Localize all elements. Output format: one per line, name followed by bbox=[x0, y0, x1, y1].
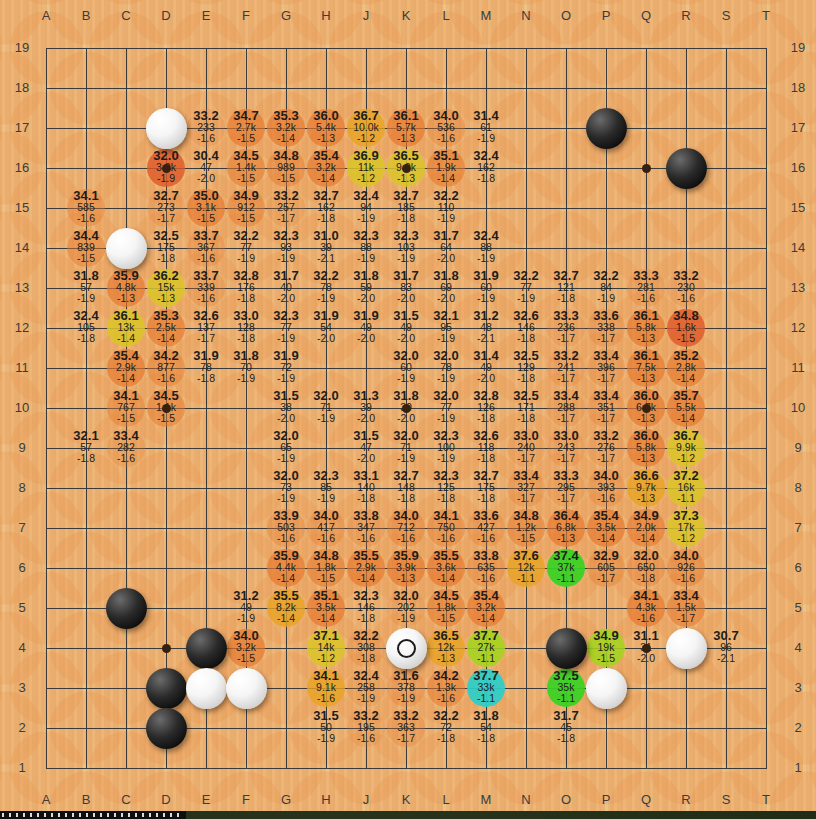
column-label-top: A bbox=[26, 8, 66, 23]
stone-black bbox=[186, 628, 227, 669]
candidate-score: -1.9 bbox=[456, 253, 516, 264]
star-point bbox=[162, 644, 171, 653]
row-label-left: 9 bbox=[2, 440, 42, 455]
column-label-top: N bbox=[506, 8, 546, 23]
column-label-top: K bbox=[386, 8, 426, 23]
stone-white bbox=[106, 228, 147, 269]
candidate-move[interactable]: 34.0926-1.6 bbox=[666, 548, 706, 588]
row-label-right: 14 bbox=[778, 240, 816, 255]
candidate-move[interactable]: 32.4162-1.8 bbox=[466, 148, 506, 188]
row-label-right: 16 bbox=[778, 160, 816, 175]
column-label-top: S bbox=[706, 8, 746, 23]
row-label-left: 5 bbox=[2, 600, 42, 615]
column-label-bottom: A bbox=[26, 792, 66, 807]
column-label-bottom: N bbox=[506, 792, 546, 807]
column-label-bottom: T bbox=[746, 792, 786, 807]
candidate-score: -1.8 bbox=[456, 173, 516, 184]
row-label-right: 18 bbox=[778, 80, 816, 95]
row-label-right: 7 bbox=[778, 520, 816, 535]
column-label-bottom: M bbox=[466, 792, 506, 807]
stone-black bbox=[146, 668, 187, 709]
candidate-score: -1.9 bbox=[456, 133, 516, 144]
taskbar-strip bbox=[0, 811, 816, 819]
column-label-bottom: R bbox=[666, 792, 706, 807]
column-label-bottom: E bbox=[186, 792, 226, 807]
candidate-move[interactable]: 37.317k-1.2 bbox=[666, 508, 706, 548]
row-label-right: 12 bbox=[778, 320, 816, 335]
column-label-bottom: K bbox=[386, 792, 426, 807]
candidate-move[interactable]: 37.733k-1.1 bbox=[466, 668, 506, 708]
row-label-right: 3 bbox=[778, 680, 816, 695]
row-label-left: 6 bbox=[2, 560, 42, 575]
column-label-top: Q bbox=[626, 8, 666, 23]
row-label-left: 8 bbox=[2, 480, 42, 495]
row-label-left: 1 bbox=[2, 760, 42, 775]
last-move-marker bbox=[397, 639, 416, 658]
star-point bbox=[642, 644, 651, 653]
candidate-score: -1.4 bbox=[456, 613, 516, 624]
candidate-score: -1.2 bbox=[656, 533, 716, 544]
row-label-right: 1 bbox=[778, 760, 816, 775]
column-label-bottom: C bbox=[106, 792, 146, 807]
row-label-right: 19 bbox=[778, 40, 816, 55]
column-label-top: T bbox=[746, 8, 786, 23]
column-label-bottom: J bbox=[346, 792, 386, 807]
candidate-score: -1.6 bbox=[656, 573, 716, 584]
candidate-score: -1.6 bbox=[656, 293, 716, 304]
row-label-left: 16 bbox=[2, 160, 42, 175]
row-label-right: 9 bbox=[778, 440, 816, 455]
stone-white bbox=[586, 668, 627, 709]
candidate-score: -1.1 bbox=[456, 653, 516, 664]
stone-white bbox=[386, 628, 427, 669]
candidate-move[interactable]: 31.745-1.8 bbox=[546, 708, 586, 748]
column-label-top: R bbox=[666, 8, 706, 23]
column-label-top: B bbox=[66, 8, 106, 23]
star-point bbox=[642, 164, 651, 173]
column-label-top: J bbox=[346, 8, 386, 23]
row-label-left: 17 bbox=[2, 120, 42, 135]
column-label-top: C bbox=[106, 8, 146, 23]
column-label-top: O bbox=[546, 8, 586, 23]
row-label-right: 17 bbox=[778, 120, 816, 135]
row-label-right: 8 bbox=[778, 480, 816, 495]
candidate-move[interactable]: 34.03.2k-1.5 bbox=[226, 628, 266, 668]
row-label-left: 13 bbox=[2, 280, 42, 295]
candidate-score: -1.8 bbox=[456, 733, 516, 744]
candidate-move[interactable]: 31.461-1.9 bbox=[466, 108, 506, 148]
row-label-left: 12 bbox=[2, 320, 42, 335]
candidate-score: -1.9 bbox=[416, 213, 476, 224]
candidate-move[interactable]: 32.065-1.9 bbox=[266, 428, 306, 468]
candidate-move[interactable]: 33.2230-1.6 bbox=[666, 268, 706, 308]
stone-black bbox=[586, 108, 627, 149]
column-label-bottom: O bbox=[546, 792, 586, 807]
stone-black bbox=[106, 588, 147, 629]
candidate-score: -1.2 bbox=[656, 453, 716, 464]
go-board[interactable]: AABBCCDDEEFFGGHHJJKKLLMMNNOOPPQQRRSSTT19… bbox=[0, 0, 816, 819]
column-label-bottom: S bbox=[706, 792, 746, 807]
candidate-move[interactable]: 34.4839-1.5 bbox=[66, 228, 106, 268]
column-label-top: L bbox=[426, 8, 466, 23]
star-point bbox=[402, 404, 411, 413]
row-label-left: 2 bbox=[2, 720, 42, 735]
column-label-top: E bbox=[186, 8, 226, 23]
candidate-move[interactable]: 34.81.6k-1.5 bbox=[666, 308, 706, 348]
stone-black bbox=[666, 148, 707, 189]
candidate-score: -1.9 bbox=[256, 453, 316, 464]
candidate-move[interactable]: 32.2308-1.8 bbox=[346, 628, 386, 668]
candidate-move[interactable]: 32.2110-1.9 bbox=[426, 188, 466, 228]
candidate-move[interactable]: 31.972-1.9 bbox=[266, 348, 306, 388]
column-label-top: M bbox=[466, 8, 506, 23]
row-label-left: 11 bbox=[2, 360, 42, 375]
column-label-bottom: P bbox=[586, 792, 626, 807]
column-label-bottom: D bbox=[146, 792, 186, 807]
row-label-left: 7 bbox=[2, 520, 42, 535]
candidate-move[interactable]: 37.535k-1.1 bbox=[546, 668, 586, 708]
column-label-top: F bbox=[226, 8, 266, 23]
star-point bbox=[162, 164, 171, 173]
column-label-bottom: H bbox=[306, 792, 346, 807]
candidate-score: -1.6 bbox=[96, 453, 156, 464]
candidate-move[interactable]: 32.488-1.9 bbox=[466, 228, 506, 268]
column-label-bottom: F bbox=[226, 792, 266, 807]
candidate-score: -1.4 bbox=[656, 413, 716, 424]
row-label-left: 15 bbox=[2, 200, 42, 215]
row-label-left: 3 bbox=[2, 680, 42, 695]
candidate-move[interactable]: 35.43.2k-1.4 bbox=[466, 588, 506, 628]
column-label-bottom: L bbox=[426, 792, 466, 807]
column-label-top: D bbox=[146, 8, 186, 23]
column-label-bottom: B bbox=[66, 792, 106, 807]
row-label-right: 5 bbox=[778, 600, 816, 615]
row-label-right: 2 bbox=[778, 720, 816, 735]
candidate-score: -1.7 bbox=[656, 613, 716, 624]
candidate-move[interactable]: 37.727k-1.1 bbox=[466, 628, 506, 668]
column-label-bottom: G bbox=[266, 792, 306, 807]
row-label-right: 10 bbox=[778, 400, 816, 415]
row-label-right: 13 bbox=[778, 280, 816, 295]
candidate-move[interactable]: 35.75.5k-1.4 bbox=[666, 388, 706, 428]
stone-white bbox=[666, 628, 707, 669]
row-label-left: 18 bbox=[2, 80, 42, 95]
star-point bbox=[642, 404, 651, 413]
candidate-move[interactable]: 35.22.8k-1.4 bbox=[666, 348, 706, 388]
column-label-top: P bbox=[586, 8, 626, 23]
stone-black bbox=[546, 628, 587, 669]
stone-white bbox=[146, 108, 187, 149]
candidate-score: -1.6 bbox=[56, 213, 116, 224]
candidate-move[interactable]: 34.1585-1.6 bbox=[66, 188, 106, 228]
column-label-bottom: Q bbox=[626, 792, 666, 807]
candidate-score: -1.5 bbox=[136, 413, 196, 424]
row-label-right: 6 bbox=[778, 560, 816, 575]
candidate-move[interactable]: 37.216k-1.1 bbox=[666, 468, 706, 508]
stone-white bbox=[186, 668, 227, 709]
candidate-move[interactable]: 33.41.5k-1.7 bbox=[666, 588, 706, 628]
candidate-move[interactable]: 33.4282-1.6 bbox=[106, 428, 146, 468]
column-label-top: G bbox=[266, 8, 306, 23]
row-label-left: 4 bbox=[2, 640, 42, 655]
star-point bbox=[402, 164, 411, 173]
candidate-move[interactable]: 30.796-2.1 bbox=[706, 628, 746, 668]
row-label-right: 11 bbox=[778, 360, 816, 375]
candidate-move[interactable]: 31.854-1.8 bbox=[466, 708, 506, 748]
candidate-score: -1.9 bbox=[256, 373, 316, 384]
column-label-top: H bbox=[306, 8, 346, 23]
candidate-score: -1.8 bbox=[536, 733, 596, 744]
candidate-score: -1.1 bbox=[656, 493, 716, 504]
candidate-score: -1.5 bbox=[656, 333, 716, 344]
candidate-score: -1.4 bbox=[656, 373, 716, 384]
taskbar-glyphs bbox=[2, 813, 182, 817]
stone-white bbox=[226, 668, 267, 709]
candidate-move[interactable]: 36.79.9k-1.2 bbox=[666, 428, 706, 468]
row-label-left: 19 bbox=[2, 40, 42, 55]
row-label-left: 10 bbox=[2, 400, 42, 415]
stone-black bbox=[146, 708, 187, 749]
row-label-right: 4 bbox=[778, 640, 816, 655]
row-label-right: 15 bbox=[778, 200, 816, 215]
row-label-left: 14 bbox=[2, 240, 42, 255]
star-point bbox=[162, 404, 171, 413]
candidate-score: -1.1 bbox=[456, 693, 516, 704]
